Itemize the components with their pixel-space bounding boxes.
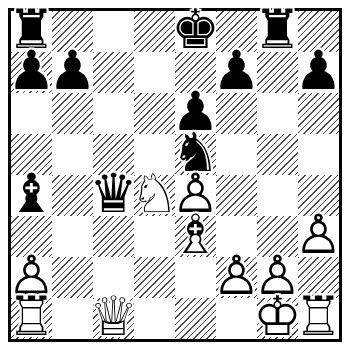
square-d8[interactable]	[134, 11, 175, 52]
square-g6[interactable]	[257, 93, 298, 134]
square-h7[interactable]: ♟	[298, 52, 339, 93]
black-piece-glyph: ♝	[7, 166, 55, 220]
square-d4[interactable]: ♞♘	[134, 175, 175, 216]
square-f2[interactable]: ♟♙	[216, 257, 257, 298]
square-a1[interactable]: ♜♖	[11, 298, 52, 339]
square-f7[interactable]: ♟	[216, 52, 257, 93]
piece-black-king: ♚	[175, 11, 216, 52]
square-h3[interactable]: ♟♙	[298, 216, 339, 257]
square-d2[interactable]	[134, 257, 175, 298]
piece-white-queen: ♛♕	[93, 298, 134, 339]
square-f5[interactable]	[216, 134, 257, 175]
piece-white-pawn: ♟♙	[298, 216, 339, 257]
square-g4[interactable]	[257, 175, 298, 216]
piece-white-pawn: ♟♙	[216, 257, 257, 298]
piece-black-bishop: ♝	[11, 175, 52, 216]
square-e1[interactable]	[175, 298, 216, 339]
square-f4[interactable]	[216, 175, 257, 216]
square-b1[interactable]	[52, 298, 93, 339]
piece-black-pawn: ♟	[52, 52, 93, 93]
square-a4[interactable]: ♝	[11, 175, 52, 216]
square-b2[interactable]	[52, 257, 93, 298]
square-c6[interactable]	[93, 93, 134, 134]
square-c7[interactable]	[93, 52, 134, 93]
black-piece-glyph: ♟	[48, 43, 96, 97]
piece-white-king: ♚♔	[257, 298, 298, 339]
square-e8[interactable]: ♚	[175, 11, 216, 52]
piece-black-pawn: ♟	[298, 52, 339, 93]
square-b3[interactable]	[52, 216, 93, 257]
square-h1[interactable]: ♜♖	[298, 298, 339, 339]
piece-black-pawn: ♟	[11, 52, 52, 93]
white-piece-outline: ♕	[89, 289, 137, 343]
piece-black-queen: ♛	[93, 175, 134, 216]
square-d7[interactable]	[134, 52, 175, 93]
white-piece-outline: ♖	[294, 289, 342, 343]
square-a7[interactable]: ♟	[11, 52, 52, 93]
piece-white-bishop: ♝♗	[175, 216, 216, 257]
square-c1[interactable]: ♛♕	[93, 298, 134, 339]
chess-board: ♜♚♜♟♟♟♟♟♞♝♛♞♘♟♙♝♗♟♙♟♙♟♙♟♙♜♖♛♕♚♔♜♖	[8, 8, 342, 342]
piece-white-rook: ♜♖	[298, 298, 339, 339]
piece-black-pawn: ♟	[216, 52, 257, 93]
white-piece-outline: ♖	[7, 289, 55, 343]
square-h5[interactable]	[298, 134, 339, 175]
square-b5[interactable]	[52, 134, 93, 175]
chess-diagram: ♜♚♜♟♟♟♟♟♞♝♛♞♘♟♙♝♗♟♙♟♙♟♙♟♙♜♖♛♕♚♔♜♖	[8, 8, 342, 342]
square-c4[interactable]: ♛	[93, 175, 134, 216]
square-e3[interactable]: ♝♗	[175, 216, 216, 257]
square-d1[interactable]	[134, 298, 175, 339]
square-b7[interactable]: ♟	[52, 52, 93, 93]
square-c8[interactable]	[93, 11, 134, 52]
square-g1[interactable]: ♚♔	[257, 298, 298, 339]
square-b4[interactable]	[52, 175, 93, 216]
square-g8[interactable]: ♜	[257, 11, 298, 52]
black-piece-glyph: ♟	[294, 43, 342, 97]
square-d6[interactable]	[134, 93, 175, 134]
piece-black-rook: ♜	[257, 11, 298, 52]
piece-white-rook: ♜♖	[11, 298, 52, 339]
square-g5[interactable]	[257, 134, 298, 175]
piece-white-knight: ♞♘	[134, 175, 175, 216]
